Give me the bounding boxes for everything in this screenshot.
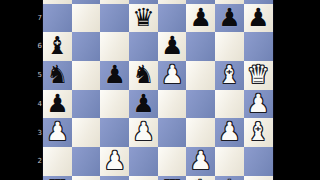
square-c3[interactable] [100, 118, 129, 147]
rank-label-4: 4 [35, 90, 42, 119]
square-f3[interactable] [186, 118, 215, 147]
square-d5[interactable]: ♞ [129, 61, 158, 90]
square-h6[interactable] [244, 32, 273, 61]
square-g5[interactable]: ♝ [215, 61, 244, 90]
square-e4[interactable] [158, 90, 187, 119]
black-pawn-piece: ♟ [132, 90, 154, 119]
square-c7[interactable] [100, 4, 129, 33]
black-knight-piece: ♞ [46, 61, 68, 90]
white-knight-piece: ♞ [190, 176, 212, 180]
square-g4[interactable] [215, 90, 244, 119]
square-d1[interactable] [129, 176, 158, 180]
square-d7[interactable]: ♛ [129, 4, 158, 33]
white-pawn-piece: ♟ [247, 90, 269, 119]
white-bishop-piece: ♝ [218, 61, 240, 90]
square-g3[interactable]: ♟ [215, 118, 244, 147]
white-pawn-piece: ♟ [132, 118, 154, 147]
square-a3[interactable]: ♟ [43, 118, 72, 147]
black-knight-piece: ♞ [132, 61, 154, 90]
square-d6[interactable] [129, 32, 158, 61]
square-c6[interactable] [100, 32, 129, 61]
rank-label-5: 5 [35, 61, 42, 90]
square-a7[interactable] [43, 4, 72, 33]
black-pawn-piece: ♟ [190, 4, 212, 33]
square-h1[interactable] [244, 176, 273, 180]
square-f6[interactable] [186, 32, 215, 61]
white-pawn-piece: ♟ [218, 118, 240, 147]
square-f1[interactable]: ♞ [186, 176, 215, 180]
black-bishop-piece: ♝ [46, 32, 68, 61]
square-h5[interactable]: ♛ [244, 61, 273, 90]
square-b1[interactable] [72, 176, 101, 180]
square-d3[interactable]: ♟ [129, 118, 158, 147]
square-c4[interactable] [100, 90, 129, 119]
square-b7[interactable] [72, 4, 101, 33]
square-b6[interactable] [72, 32, 101, 61]
square-a6[interactable]: ♝ [43, 32, 72, 61]
square-f4[interactable] [186, 90, 215, 119]
white-queen-piece: ♛ [247, 61, 269, 90]
white-rook-piece: ♜ [161, 176, 183, 180]
black-pawn-piece: ♟ [247, 4, 269, 33]
square-a2[interactable] [43, 147, 72, 176]
square-g1[interactable]: ♚ [215, 176, 244, 180]
square-h2[interactable] [244, 147, 273, 176]
rank-label-2: 2 [35, 147, 42, 176]
white-pawn-piece: ♟ [104, 147, 126, 176]
rank-label-6: 6 [35, 32, 42, 61]
square-h3[interactable]: ♝ [244, 118, 273, 147]
square-d4[interactable]: ♟ [129, 90, 158, 119]
white-king-piece: ♚ [218, 176, 240, 180]
white-pawn-piece: ♟ [161, 61, 183, 90]
white-pawn-piece: ♟ [46, 118, 68, 147]
square-e2[interactable] [158, 147, 187, 176]
rank-label-3: 3 [35, 119, 42, 148]
square-h4[interactable]: ♟ [244, 90, 273, 119]
square-b4[interactable] [72, 90, 101, 119]
black-pawn-piece: ♟ [218, 4, 240, 33]
square-e6[interactable]: ♟ [158, 32, 187, 61]
white-pawn-piece: ♟ [190, 147, 212, 176]
square-e5[interactable]: ♟ [158, 61, 187, 90]
square-g6[interactable] [215, 32, 244, 61]
chess-board: ♜♜♚♛♟♟♟7♝♟6♞♟♞♟♝♛5♟♟♟4♟♟♟♝3♟♟2♜♜♞♚ [43, 0, 273, 180]
square-c5[interactable]: ♟ [100, 61, 129, 90]
square-f5[interactable] [186, 61, 215, 90]
square-c1[interactable] [100, 176, 129, 180]
rank-label-7: 7 [35, 4, 42, 33]
video-frame: ♜♜♚♛♟♟♟7♝♟6♞♟♞♟♝♛5♟♟♟4♟♟♟♝3♟♟2♜♜♞♚ [0, 0, 320, 180]
square-e1[interactable]: ♜ [158, 176, 187, 180]
black-queen-piece: ♛ [132, 4, 154, 33]
square-a4[interactable]: ♟ [43, 90, 72, 119]
white-rook-piece: ♜ [46, 176, 68, 180]
square-a5[interactable]: ♞ [43, 61, 72, 90]
square-d2[interactable] [129, 147, 158, 176]
black-pawn-piece: ♟ [46, 90, 68, 119]
black-pawn-piece: ♟ [104, 61, 126, 90]
square-f2[interactable]: ♟ [186, 147, 215, 176]
square-f7[interactable]: ♟ [186, 4, 215, 33]
black-pawn-piece: ♟ [161, 32, 183, 61]
square-e7[interactable] [158, 4, 187, 33]
square-h7[interactable]: ♟ [244, 4, 273, 33]
square-b5[interactable] [72, 61, 101, 90]
square-g2[interactable] [215, 147, 244, 176]
square-b3[interactable] [72, 118, 101, 147]
square-b2[interactable] [72, 147, 101, 176]
square-e3[interactable] [158, 118, 187, 147]
square-g7[interactable]: ♟ [215, 4, 244, 33]
square-a1[interactable]: ♜ [43, 176, 72, 180]
square-c2[interactable]: ♟ [100, 147, 129, 176]
white-bishop-piece: ♝ [247, 118, 269, 147]
